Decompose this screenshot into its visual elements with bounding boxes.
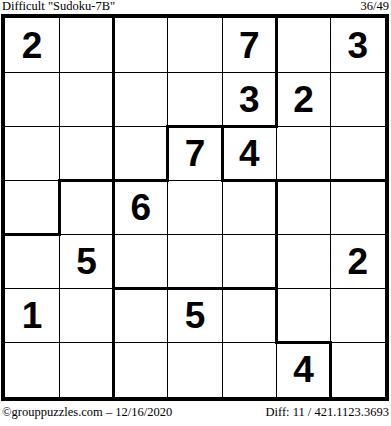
cell-r7c3[interactable] (114, 343, 168, 397)
puzzle-title: Difficult "Sudoku-7B" (2, 0, 115, 13)
given-digit: 5 (185, 297, 206, 334)
cell-r7c1[interactable] (5, 343, 59, 397)
cell-r4c7[interactable] (331, 180, 385, 234)
cell-r5c6[interactable] (276, 235, 330, 289)
cell-r7c2[interactable] (59, 343, 113, 397)
cell-r3c6[interactable] (276, 126, 330, 180)
cell-r7c4[interactable] (168, 343, 222, 397)
cell-r3c2[interactable] (59, 126, 113, 180)
cell-r4c2[interactable] (59, 180, 113, 234)
cell-r5c1[interactable] (5, 235, 59, 289)
cell-r2c2[interactable] (59, 72, 113, 126)
cell-r2c4[interactable] (168, 72, 222, 126)
cell-r2c1[interactable] (5, 72, 59, 126)
given-digit: 2 (22, 27, 43, 64)
given-digit: 2 (293, 81, 314, 118)
cell-r3c4[interactable]: 7 (168, 126, 222, 180)
cell-r4c6[interactable] (276, 180, 330, 234)
given-digit: 7 (185, 135, 206, 172)
given-digit: 5 (76, 243, 97, 280)
sudoku-board: 2733274652154 (1, 14, 389, 401)
cell-r5c7[interactable]: 2 (331, 235, 385, 289)
cell-r2c5[interactable]: 3 (222, 72, 276, 126)
cell-r5c2[interactable]: 5 (59, 235, 113, 289)
given-digit: 7 (239, 27, 260, 64)
cell-r4c1[interactable] (5, 180, 59, 234)
cell-r6c7[interactable] (331, 289, 385, 343)
cell-r7c6[interactable]: 4 (276, 343, 330, 397)
given-digit: 2 (348, 243, 369, 280)
header: Difficult "Sudoku-7B" 36/49 (2, 0, 389, 13)
given-digit: 6 (130, 189, 151, 226)
cell-r1c2[interactable] (59, 18, 113, 72)
given-digit: 1 (22, 297, 43, 334)
copyright-date-text: ©grouppuzzles.com – 12/16/2020 (2, 405, 172, 419)
cell-r5c3[interactable] (114, 235, 168, 289)
cell-r6c1[interactable]: 1 (5, 289, 59, 343)
cell-r2c7[interactable] (331, 72, 385, 126)
cell-r1c4[interactable] (168, 18, 222, 72)
footer: ©grouppuzzles.com – 12/16/2020 Diff: 11 … (2, 405, 389, 419)
cell-r3c3[interactable] (114, 126, 168, 180)
cell-r3c7[interactable] (331, 126, 385, 180)
given-digit: 4 (239, 135, 260, 172)
given-digit: 3 (348, 27, 369, 64)
cell-r6c6[interactable] (276, 289, 330, 343)
cell-r4c5[interactable] (222, 180, 276, 234)
cell-r4c3[interactable]: 6 (114, 180, 168, 234)
cell-r2c6[interactable]: 2 (276, 72, 330, 126)
cell-r5c5[interactable] (222, 235, 276, 289)
cell-r6c3[interactable] (114, 289, 168, 343)
cell-r7c5[interactable] (222, 343, 276, 397)
cell-r2c3[interactable] (114, 72, 168, 126)
cell-r1c3[interactable] (114, 18, 168, 72)
cell-r1c1[interactable]: 2 (5, 18, 59, 72)
cell-r6c5[interactable] (222, 289, 276, 343)
given-digit: 4 (293, 351, 314, 388)
cell-r1c7[interactable]: 3 (331, 18, 385, 72)
cell-r3c1[interactable] (5, 126, 59, 180)
cell-r3c5[interactable]: 4 (222, 126, 276, 180)
given-digit: 3 (239, 81, 260, 118)
cell-r1c5[interactable]: 7 (222, 18, 276, 72)
cell-r5c4[interactable] (168, 235, 222, 289)
sudoku-grid: 2733274652154 (5, 18, 385, 397)
cell-r6c4[interactable]: 5 (168, 289, 222, 343)
cell-r6c2[interactable] (59, 289, 113, 343)
remaining-counter: 36/49 (361, 0, 389, 13)
cell-r1c6[interactable] (276, 18, 330, 72)
cell-r4c4[interactable] (168, 180, 222, 234)
difficulty-text: Diff: 11 / 421.1123.3693 (266, 405, 390, 419)
cell-r7c7[interactable] (331, 343, 385, 397)
puzzle-page: Difficult "Sudoku-7B" 36/49 273327465215… (0, 0, 391, 426)
